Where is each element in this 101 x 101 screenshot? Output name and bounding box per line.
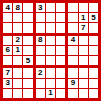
cell-r9c5[interactable]: 1 <box>46 89 55 98</box>
cell-r8c2[interactable] <box>13 79 22 88</box>
cell-r2c7[interactable] <box>68 13 77 22</box>
cell-r1c8[interactable] <box>79 3 88 12</box>
cell-r5c4[interactable] <box>36 46 45 55</box>
cell-r2c3[interactable] <box>23 13 32 22</box>
cell-r2c6[interactable] <box>56 13 65 22</box>
cell-r2c4[interactable] <box>36 13 45 22</box>
cell-r4c7[interactable]: 4 <box>68 36 77 45</box>
cell-r1c5[interactable] <box>46 3 55 12</box>
cell-r8c8[interactable] <box>79 79 88 88</box>
box-2: 3 <box>36 3 66 33</box>
cell-r6c7[interactable] <box>68 56 77 65</box>
cell-r4c1[interactable] <box>3 36 12 45</box>
cell-r4c2[interactable]: 2 <box>13 36 22 45</box>
sudoku-board: 48315726158473219 <box>0 0 101 101</box>
cell-r5c8[interactable] <box>79 46 88 55</box>
box-9: 9 <box>68 68 98 98</box>
cell-r9c1[interactable] <box>3 89 12 98</box>
cell-r6c5[interactable] <box>46 56 55 65</box>
box-3: 157 <box>68 3 98 33</box>
cell-r7c7[interactable] <box>68 68 77 77</box>
cell-r6c4[interactable] <box>36 56 45 65</box>
cell-r7c4[interactable]: 2 <box>36 68 45 77</box>
cell-r4c4[interactable]: 8 <box>36 36 45 45</box>
cell-r4c5[interactable] <box>46 36 55 45</box>
cell-r6c6[interactable] <box>56 56 65 65</box>
cell-r1c6[interactable] <box>56 3 65 12</box>
cell-r6c9[interactable] <box>89 56 98 65</box>
cell-r2c8[interactable]: 1 <box>79 13 88 22</box>
cell-r5c9[interactable] <box>89 46 98 55</box>
cell-r2c2[interactable] <box>13 13 22 22</box>
cell-r4c8[interactable] <box>79 36 88 45</box>
cell-r8c4[interactable] <box>36 79 45 88</box>
cell-r6c2[interactable] <box>13 56 22 65</box>
cell-r3c8[interactable]: 7 <box>79 23 88 32</box>
cell-r8c9[interactable] <box>89 79 98 88</box>
cell-r4c9[interactable] <box>89 36 98 45</box>
box-1: 48 <box>3 3 33 33</box>
cell-r8c6[interactable] <box>56 79 65 88</box>
cell-r6c3[interactable]: 5 <box>23 56 32 65</box>
cell-r7c9[interactable] <box>89 68 98 77</box>
cell-r3c1[interactable] <box>3 23 12 32</box>
cell-r3c6[interactable] <box>56 23 65 32</box>
cell-r1c2[interactable]: 8 <box>13 3 22 12</box>
cell-r7c5[interactable] <box>46 68 55 77</box>
cell-r8c7[interactable]: 9 <box>68 79 77 88</box>
cell-r2c1[interactable] <box>3 13 12 22</box>
box-4: 2615 <box>3 36 33 66</box>
cell-r9c8[interactable] <box>79 89 88 98</box>
cell-r4c6[interactable] <box>56 36 65 45</box>
cell-r8c1[interactable]: 3 <box>3 79 12 88</box>
box-7: 73 <box>3 68 33 98</box>
cell-r8c3[interactable] <box>23 79 32 88</box>
cell-r7c6[interactable] <box>56 68 65 77</box>
cell-r7c8[interactable] <box>79 68 88 77</box>
cell-r5c1[interactable]: 6 <box>3 46 12 55</box>
cell-r3c5[interactable] <box>46 23 55 32</box>
cell-r5c7[interactable] <box>68 46 77 55</box>
cell-r2c9[interactable]: 5 <box>89 13 98 22</box>
cell-r1c9[interactable] <box>89 3 98 12</box>
cell-r8c5[interactable] <box>46 79 55 88</box>
cell-r5c2[interactable]: 1 <box>13 46 22 55</box>
cell-r4c3[interactable] <box>23 36 32 45</box>
cell-r5c3[interactable] <box>23 46 32 55</box>
cell-r1c3[interactable] <box>23 3 32 12</box>
cell-r3c7[interactable] <box>68 23 77 32</box>
cell-r3c4[interactable] <box>36 23 45 32</box>
cell-r7c3[interactable] <box>23 68 32 77</box>
cell-r1c4[interactable]: 3 <box>36 3 45 12</box>
cell-r3c2[interactable] <box>13 23 22 32</box>
cell-r6c8[interactable] <box>79 56 88 65</box>
cell-r5c5[interactable] <box>46 46 55 55</box>
cell-r3c3[interactable] <box>23 23 32 32</box>
cell-r2c5[interactable] <box>46 13 55 22</box>
cell-r7c1[interactable]: 7 <box>3 68 12 77</box>
box-8: 21 <box>36 68 66 98</box>
cell-r6c1[interactable] <box>3 56 12 65</box>
cell-r1c1[interactable]: 4 <box>3 3 12 12</box>
cell-r7c2[interactable] <box>13 68 22 77</box>
cell-r9c3[interactable] <box>23 89 32 98</box>
cell-r9c6[interactable] <box>56 89 65 98</box>
cell-r3c9[interactable] <box>89 23 98 32</box>
cell-r9c4[interactable] <box>36 89 45 98</box>
cell-r1c7[interactable] <box>68 3 77 12</box>
cell-r5c6[interactable] <box>56 46 65 55</box>
cell-r9c7[interactable] <box>68 89 77 98</box>
cell-r9c9[interactable] <box>89 89 98 98</box>
box-6: 4 <box>68 36 98 66</box>
box-5: 8 <box>36 36 66 66</box>
cell-r9c2[interactable] <box>13 89 22 98</box>
